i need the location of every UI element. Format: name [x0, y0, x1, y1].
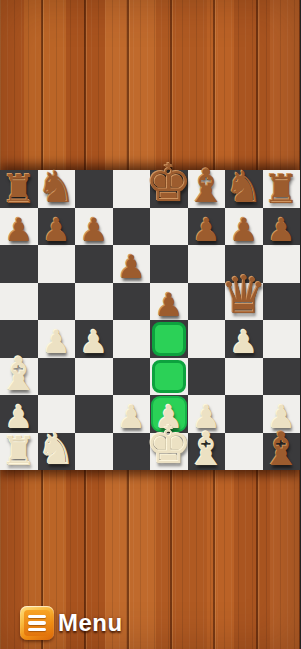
piece-black-pawn-g7[interactable]: ♟	[225, 187, 263, 245]
black-pawn-glyph: ♟	[229, 216, 258, 245]
white-pawn-glyph: ♟	[79, 328, 108, 357]
piece-white-rook-a1[interactable]: ♜	[0, 412, 38, 470]
piece-white-pawn-g4[interactable]: ♟	[225, 300, 263, 358]
piece-black-pawn-c7[interactable]: ♟	[75, 187, 113, 245]
square-h4[interactable]	[263, 320, 301, 358]
square-e7[interactable]	[150, 208, 188, 246]
square-f5[interactable]	[188, 283, 226, 321]
hamburger-menu-icon-inner	[24, 610, 50, 636]
white-bishop-glyph: ♝	[186, 428, 227, 470]
square-d8[interactable]	[113, 170, 151, 208]
piece-black-pawn-a7[interactable]: ♟	[0, 187, 38, 245]
app-screen: ♜♞♚♝♞♜♟♟♟♟♟♟♟♟♛♝♟♟♟♝♟♟♟♟♟♜♞♚♝ Menu	[0, 0, 300, 649]
white-rook-glyph: ♜	[1, 433, 37, 470]
piece-white-king-e1[interactable]: ♚	[150, 412, 188, 470]
square-g2[interactable]	[225, 395, 263, 433]
square-c2[interactable]	[75, 395, 113, 433]
square-a5[interactable]	[0, 283, 38, 321]
square-c6[interactable]	[75, 245, 113, 283]
menu-button[interactable]: Menu	[20, 606, 123, 640]
black-pawn-glyph: ♟	[154, 291, 183, 320]
square-h5[interactable]	[263, 283, 301, 321]
square-d4[interactable]	[113, 320, 151, 358]
square-f4[interactable]	[188, 320, 226, 358]
square-d1[interactable]	[113, 433, 151, 471]
black-pawn-glyph: ♟	[79, 216, 108, 245]
hamburger-menu-icon	[20, 606, 54, 640]
piece-white-knight-b1[interactable]: ♞	[38, 412, 76, 470]
square-e4[interactable]	[150, 320, 188, 358]
black-pawn-glyph: ♟	[192, 216, 221, 245]
black-pawn-glyph: ♟	[42, 216, 71, 245]
menu-bar: Menu	[20, 606, 123, 640]
square-h6[interactable]	[263, 245, 301, 283]
menu-button-label: Menu	[58, 609, 123, 637]
black-pawn-glyph: ♟	[117, 253, 146, 282]
piece-white-pawn-d2[interactable]: ♟	[113, 375, 151, 433]
black-pawn-glyph: ♟	[4, 216, 33, 245]
piece-black-pawn-b7[interactable]: ♟	[38, 187, 76, 245]
piece-black-pawn-h7[interactable]: ♟	[263, 187, 301, 245]
move-hint-e4[interactable]	[152, 322, 186, 356]
white-pawn-glyph: ♟	[117, 403, 146, 432]
square-a6[interactable]	[0, 245, 38, 283]
piece-white-pawn-c4[interactable]: ♟	[75, 300, 113, 358]
black-pawn-glyph: ♟	[267, 216, 296, 245]
square-d5[interactable]	[113, 283, 151, 321]
piece-black-pawn-e5[interactable]: ♟	[150, 262, 188, 320]
white-pawn-glyph: ♟	[42, 328, 71, 357]
square-g1[interactable]	[225, 433, 263, 471]
square-f6[interactable]	[188, 245, 226, 283]
white-pawn-glyph: ♟	[229, 328, 258, 357]
square-b6[interactable]	[38, 245, 76, 283]
piece-black-bishop-h1[interactable]: ♝	[263, 412, 301, 470]
square-c3[interactable]	[75, 358, 113, 396]
piece-white-pawn-b4[interactable]: ♟	[38, 300, 76, 358]
white-knight-glyph: ♞	[37, 430, 76, 470]
square-b3[interactable]	[38, 358, 76, 396]
piece-black-king-e8[interactable]: ♚	[150, 150, 188, 208]
square-g3[interactable]	[225, 358, 263, 396]
black-bishop-glyph: ♝	[261, 428, 300, 470]
chess-board[interactable]: ♜♞♚♝♞♜♟♟♟♟♟♟♟♟♛♝♟♟♟♝♟♟♟♟♟♜♞♚♝	[0, 170, 300, 470]
piece-white-bishop-f1[interactable]: ♝	[188, 412, 226, 470]
square-c1[interactable]	[75, 433, 113, 471]
piece-black-pawn-d6[interactable]: ♟	[113, 225, 151, 283]
piece-black-pawn-f7[interactable]: ♟	[188, 187, 226, 245]
